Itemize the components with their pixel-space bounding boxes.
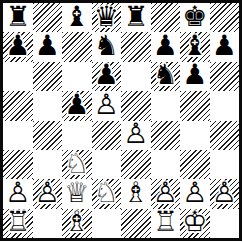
piece-stroke-glyph: ♟ <box>5 33 30 61</box>
square-d7[interactable]: ♞♞ <box>92 32 122 61</box>
piece-stroke-glyph: ♘ <box>64 150 89 178</box>
square-d6[interactable]: ♟♟ <box>92 62 122 91</box>
square-g4[interactable] <box>180 121 210 150</box>
piece-stroke-glyph: ♜ <box>123 3 148 31</box>
square-c2[interactable]: ♛♕ <box>62 179 92 208</box>
white-bishop-piece: ♝♗ <box>62 209 92 238</box>
square-b3[interactable] <box>33 150 63 179</box>
square-a7[interactable]: ♟♟ <box>3 32 33 61</box>
square-e3[interactable] <box>121 150 151 179</box>
piece-stroke-glyph: ♗ <box>64 209 89 237</box>
piece-stroke-glyph: ♟ <box>153 33 178 61</box>
square-f5[interactable] <box>151 91 181 120</box>
square-g7[interactable]: ♝♝ <box>180 32 210 61</box>
square-g3[interactable] <box>180 150 210 179</box>
square-d1[interactable] <box>92 209 122 238</box>
square-b5[interactable] <box>33 91 63 120</box>
piece-stroke-glyph: ♝ <box>182 33 207 61</box>
square-d2[interactable]: ♞♘ <box>92 179 122 208</box>
white-knight-piece: ♞♘ <box>62 150 92 179</box>
white-pawn-piece: ♟♙ <box>3 179 33 208</box>
chess-board-frame: ♜♜♝♝♛♛♜♜♚♚♟♟♟♟♞♞♟♟♝♝♟♟♟♟♞♞♟♟♟♟♟♙♟♙♞♘♟♙♟♙… <box>0 0 242 241</box>
square-h7[interactable]: ♟♟ <box>210 32 240 61</box>
square-b6[interactable] <box>33 62 63 91</box>
square-c8[interactable]: ♝♝ <box>62 3 92 32</box>
square-e8[interactable]: ♜♜ <box>121 3 151 32</box>
white-bishop-piece: ♝♗ <box>121 179 151 208</box>
square-c1[interactable]: ♝♗ <box>62 209 92 238</box>
square-g6[interactable]: ♟♟ <box>180 62 210 91</box>
square-h3[interactable] <box>210 150 240 179</box>
piece-stroke-glyph: ♚ <box>182 3 207 31</box>
black-rook-piece: ♜♜ <box>3 3 33 32</box>
square-h2[interactable]: ♟♙ <box>210 179 240 208</box>
black-queen-piece: ♛♛ <box>92 3 122 32</box>
square-e6[interactable] <box>121 62 151 91</box>
piece-stroke-glyph: ♙ <box>123 121 148 149</box>
piece-stroke-glyph: ♟ <box>64 91 89 119</box>
square-c6[interactable] <box>62 62 92 91</box>
white-king-piece: ♚♔ <box>180 209 210 238</box>
square-a4[interactable] <box>3 121 33 150</box>
white-pawn-piece: ♟♙ <box>33 179 63 208</box>
piece-stroke-glyph: ♟ <box>35 33 60 61</box>
square-e2[interactable]: ♝♗ <box>121 179 151 208</box>
square-a3[interactable] <box>3 150 33 179</box>
square-e5[interactable] <box>121 91 151 120</box>
square-a6[interactable] <box>3 62 33 91</box>
square-b4[interactable] <box>33 121 63 150</box>
white-pawn-piece: ♟♙ <box>151 179 181 208</box>
piece-stroke-glyph: ♔ <box>182 209 207 237</box>
white-pawn-piece: ♟♙ <box>121 121 151 150</box>
piece-stroke-glyph: ♙ <box>35 179 60 207</box>
square-h4[interactable] <box>210 121 240 150</box>
piece-stroke-glyph: ♕ <box>64 179 89 207</box>
white-rook-piece: ♜♖ <box>151 209 181 238</box>
square-g5[interactable] <box>180 91 210 120</box>
piece-stroke-glyph: ♞ <box>153 62 178 90</box>
piece-stroke-glyph: ♟ <box>182 62 207 90</box>
white-pawn-piece: ♟♙ <box>180 179 210 208</box>
black-pawn-piece: ♟♟ <box>92 62 122 91</box>
piece-stroke-glyph: ♙ <box>94 91 119 119</box>
black-pawn-piece: ♟♟ <box>62 91 92 120</box>
square-c3[interactable]: ♞♘ <box>62 150 92 179</box>
square-f6[interactable]: ♞♞ <box>151 62 181 91</box>
piece-stroke-glyph: ♙ <box>212 179 237 207</box>
piece-stroke-glyph: ♜ <box>5 3 30 31</box>
white-rook-piece: ♜♖ <box>3 209 33 238</box>
square-e1[interactable] <box>121 209 151 238</box>
black-bishop-piece: ♝♝ <box>180 32 210 61</box>
square-e7[interactable] <box>121 32 151 61</box>
square-h8[interactable] <box>210 3 240 32</box>
square-f3[interactable] <box>151 150 181 179</box>
square-b2[interactable]: ♟♙ <box>33 179 63 208</box>
white-queen-piece: ♛♕ <box>62 179 92 208</box>
square-c7[interactable] <box>62 32 92 61</box>
white-knight-piece: ♞♘ <box>92 179 122 208</box>
square-c4[interactable] <box>62 121 92 150</box>
square-h6[interactable] <box>210 62 240 91</box>
black-king-piece: ♚♚ <box>180 3 210 32</box>
black-knight-piece: ♞♞ <box>151 62 181 91</box>
square-d5[interactable]: ♟♙ <box>92 91 122 120</box>
square-f2[interactable]: ♟♙ <box>151 179 181 208</box>
piece-stroke-glyph: ♞ <box>94 33 119 61</box>
chess-board: ♜♜♝♝♛♛♜♜♚♚♟♟♟♟♞♞♟♟♝♝♟♟♟♟♞♞♟♟♟♟♟♙♟♙♞♘♟♙♟♙… <box>3 3 239 238</box>
white-pawn-piece: ♟♙ <box>92 91 122 120</box>
square-f4[interactable] <box>151 121 181 150</box>
square-e4[interactable]: ♟♙ <box>121 121 151 150</box>
piece-stroke-glyph: ♙ <box>5 179 30 207</box>
piece-stroke-glyph: ♛ <box>94 3 119 31</box>
black-pawn-piece: ♟♟ <box>151 32 181 61</box>
square-b1[interactable] <box>33 209 63 238</box>
square-a2[interactable]: ♟♙ <box>3 179 33 208</box>
square-d4[interactable] <box>92 121 122 150</box>
black-pawn-piece: ♟♟ <box>180 62 210 91</box>
square-b7[interactable]: ♟♟ <box>33 32 63 61</box>
square-a8[interactable]: ♜♜ <box>3 3 33 32</box>
square-d3[interactable] <box>92 150 122 179</box>
piece-stroke-glyph: ♟ <box>94 62 119 90</box>
piece-stroke-glyph: ♖ <box>5 209 30 237</box>
piece-stroke-glyph: ♙ <box>182 179 207 207</box>
square-f8[interactable] <box>151 3 181 32</box>
square-g1[interactable]: ♚♔ <box>180 209 210 238</box>
black-pawn-piece: ♟♟ <box>210 32 240 61</box>
square-d8[interactable]: ♛♛ <box>92 3 122 32</box>
square-h5[interactable] <box>210 91 240 120</box>
black-pawn-piece: ♟♟ <box>3 32 33 61</box>
black-rook-piece: ♜♜ <box>121 3 151 32</box>
black-pawn-piece: ♟♟ <box>33 32 63 61</box>
piece-stroke-glyph: ♖ <box>153 209 178 237</box>
piece-stroke-glyph: ♝ <box>64 3 89 31</box>
black-knight-piece: ♞♞ <box>92 32 122 61</box>
square-f7[interactable]: ♟♟ <box>151 32 181 61</box>
piece-stroke-glyph: ♙ <box>153 179 178 207</box>
piece-stroke-glyph: ♗ <box>123 179 148 207</box>
piece-stroke-glyph: ♟ <box>212 33 237 61</box>
piece-stroke-glyph: ♘ <box>94 179 119 207</box>
square-c5[interactable]: ♟♟ <box>62 91 92 120</box>
square-f1[interactable]: ♜♖ <box>151 209 181 238</box>
square-h1[interactable] <box>210 209 240 238</box>
square-b8[interactable] <box>33 3 63 32</box>
square-g2[interactable]: ♟♙ <box>180 179 210 208</box>
square-a5[interactable] <box>3 91 33 120</box>
black-bishop-piece: ♝♝ <box>62 3 92 32</box>
square-g8[interactable]: ♚♚ <box>180 3 210 32</box>
white-pawn-piece: ♟♙ <box>210 179 240 208</box>
square-a1[interactable]: ♜♖ <box>3 209 33 238</box>
